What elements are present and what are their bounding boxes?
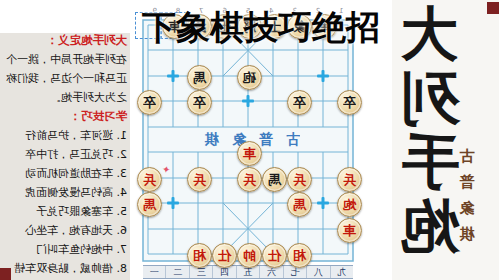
app-name-character: 象 <box>456 195 478 221</box>
tip-item: 3. 车在肋道伺机而动 <box>3 164 127 183</box>
definition-body: 在列手炮开局中，跳一个正马和一个边马，我们称之为大列手炮。 <box>3 50 127 107</box>
file-label: 五 <box>237 266 260 278</box>
screenshot: 大列手炮定义： 在列手炮开局中，跳一个正马和一个边马，我们称之为大列手炮。 学习… <box>0 0 499 280</box>
app-name-character: 普 <box>456 169 478 195</box>
tips-heading: 学习技巧： <box>3 107 127 126</box>
tip-item: 2. 巧兑正马，打中卒 <box>3 145 127 164</box>
piece-red-general[interactable]: 帥 <box>237 243 262 268</box>
piece-black-soldier[interactable]: 卒 <box>287 90 312 115</box>
piece-black-cannon[interactable]: 砲 <box>237 65 262 90</box>
page-title: 下象棋技巧绝招 <box>116 5 406 51</box>
file-label: 一 <box>143 266 166 278</box>
tip-item: 5. 车塞象眼巧兑子 <box>3 202 127 221</box>
piece-black-horse[interactable]: 馬 <box>262 167 287 192</box>
tip-item: 1. 巡河车，护马前行 <box>3 126 127 145</box>
left-panel-content: 大列手炮定义： 在列手炮开局中，跳一个正马和一个边马，我们称之为大列手炮。 学习… <box>3 31 127 278</box>
definition-heading: 大列手炮定义： <box>3 31 127 50</box>
board[interactable]: 123456789 古普象棋 九八七六五四三二一 下象棋技巧绝招 車象士將士象車… <box>130 0 392 280</box>
file-label: 六 <box>260 266 283 278</box>
piece-red-soldier[interactable]: 兵 <box>337 167 362 192</box>
file-label: 四 <box>213 266 236 278</box>
piece-red-soldier[interactable]: 兵 <box>237 167 262 192</box>
left-text-panel: 大列手炮定义： 在列手炮开局中，跳一个正马和一个边马，我们称之为大列手炮。 学习… <box>0 0 130 280</box>
piece-red-advisor[interactable]: 仕 <box>262 243 287 268</box>
piece-black-horse[interactable]: 馬 <box>187 65 212 90</box>
tip-item: 7. 中炮钓鱼车叫门 <box>3 240 127 259</box>
piece-red-rook[interactable]: 車 <box>337 218 362 243</box>
piece-black-soldier[interactable]: 卒 <box>137 90 162 115</box>
piece-red-cannon[interactable]: 炮 <box>337 192 362 217</box>
right-banner-panel: 大列手炮 古普象棋 <box>392 0 499 280</box>
piece-red-horse[interactable]: 馬 <box>287 192 312 217</box>
file-label: 二 <box>167 266 190 278</box>
file-label: 三 <box>190 266 213 278</box>
piece-red-soldier[interactable]: 兵 <box>187 167 212 192</box>
banner-character: 列 <box>392 66 468 130</box>
file-label: 八 <box>307 266 330 278</box>
tip-item: 8. 借帅威，贴身双车错 <box>3 259 127 278</box>
piece-red-rook[interactable]: 車 <box>237 141 262 166</box>
piece-red-advisor[interactable]: 仕 <box>212 243 237 268</box>
tip-item: 4. 高钓马慢发侧面虎 <box>3 183 127 202</box>
piece-black-soldier[interactable]: 卒 <box>337 90 362 115</box>
file-label: 七 <box>284 266 307 278</box>
piece-red-soldier[interactable]: 兵 <box>287 167 312 192</box>
tips-list: 1. 巡河车，护马前行2. 巧兑正马，打中卒3. 车在肋道伺机而动4. 高钓马慢… <box>3 126 127 278</box>
tip-item: 6. 天地有炮，车坐心 <box>3 221 127 240</box>
corner-mark-top-right <box>487 2 499 14</box>
app-name-character: 棋 <box>456 221 478 247</box>
piece-black-soldier[interactable]: 卒 <box>187 90 212 115</box>
app-name-character: 古 <box>456 143 478 169</box>
piece-red-horse[interactable]: 馬 <box>137 192 162 217</box>
corner-mark-bottom-left <box>0 268 11 280</box>
banner-app-name: 古普象棋 <box>456 143 478 247</box>
file-label: 九 <box>331 266 353 278</box>
piece-red-soldier[interactable]: 兵 <box>137 167 162 192</box>
piece-red-elephant[interactable]: 相 <box>287 243 312 268</box>
piece-red-elephant[interactable]: 相 <box>187 243 212 268</box>
